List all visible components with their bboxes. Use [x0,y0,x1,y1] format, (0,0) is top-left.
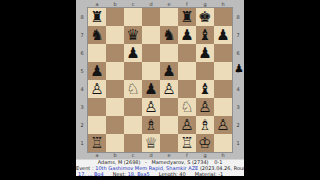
square-c6[interactable]: ♟ [124,44,142,62]
file-label-g: g [196,1,214,8]
square-b2[interactable] [106,116,124,134]
material-label: Material: [195,172,217,177]
rank-label-7: 7 [233,26,243,44]
next-move-segment: Next: 18. Bxa5 [113,172,150,177]
game-info-panel: Adams, M (2698) - Mamedyarov, S (2734) 0… [76,159,244,176]
white-piece-f2: ♙ [180,116,193,134]
square-f6[interactable] [178,44,196,62]
square-c1[interactable] [124,134,142,152]
square-g5[interactable] [196,62,214,80]
black-piece-g6: ♟ [198,44,211,62]
players-line: Adams, M (2698) - Mamedyarov, S (2734) 0… [76,160,244,165]
square-a7[interactable]: ♞ [88,26,106,44]
rank-label-2: 2 [77,116,87,134]
square-c5[interactable] [124,62,142,80]
black-piece-g7: ♝ [198,26,211,44]
square-f8[interactable]: ♜ [178,8,196,26]
square-f1[interactable]: ♖ [178,134,196,152]
square-d3[interactable]: ♙ [142,98,160,116]
black-player-elo: (2734) [192,160,209,165]
white-piece-e4: ♙ [162,80,175,98]
square-b1[interactable] [106,134,124,152]
white-piece-d2: ♗ [144,116,157,134]
moves-line: 17. ... Bg4 Next: 18. Bxa5 Length: 40 Ma… [76,172,244,177]
square-e3[interactable] [160,98,178,116]
rank-label-7: 7 [77,26,87,44]
rank-label-4: 4 [233,80,243,98]
black-piece-c6: ♟ [126,44,139,62]
white-piece-a4: ♙ [90,80,103,98]
white-piece-g1: ♔ [198,134,211,152]
square-e5[interactable]: ♟ [160,62,178,80]
rank-label-2: 2 [233,116,243,134]
material-value: -1 [218,172,223,177]
length-value: 40 [179,172,185,177]
file-labels-bottom: abcdefgh [88,152,232,159]
square-h2[interactable]: ♙ [214,116,232,134]
file-label-e: e [160,1,178,8]
black-piece-d4: ♟ [144,80,157,98]
square-a4[interactable]: ♙ [88,80,106,98]
rank-labels-right: 87654321 [233,8,243,152]
square-f2[interactable]: ♙ [178,116,196,134]
white-piece-g3: ♙ [198,98,211,116]
square-g3[interactable]: ♙ [196,98,214,116]
square-h6[interactable] [214,44,232,62]
players-separator: - [145,160,147,165]
square-h5[interactable] [214,62,232,80]
event-label: Event : [76,166,94,171]
square-g4[interactable]: ♝ [196,80,214,98]
square-g7[interactable]: ♝ [196,26,214,44]
rank-label-8: 8 [233,8,243,26]
square-a1[interactable]: ♖ [88,134,106,152]
black-piece-f8: ♜ [180,8,193,26]
rank-label-6: 6 [233,44,243,62]
length-segment: Length: 40 [159,172,186,177]
material-segment: Material: -1 [195,172,224,177]
file-label-d: d [142,1,160,8]
square-a6[interactable] [88,44,106,62]
square-h8[interactable] [214,8,232,26]
square-h3[interactable] [214,98,232,116]
file-label-f: f [178,152,196,159]
square-e8[interactable] [160,8,178,26]
white-piece-d3: ♙ [144,98,157,116]
square-d5[interactable] [142,62,160,80]
square-h1[interactable] [214,134,232,152]
white-player-elo: (2698) [124,160,141,165]
rank-label-8: 8 [77,8,87,26]
square-c3[interactable] [124,98,142,116]
white-piece-f1: ♖ [180,134,193,152]
file-label-a: a [88,152,106,159]
square-a5[interactable]: ♟ [88,62,106,80]
file-label-g: g [196,152,214,159]
square-h4[interactable] [214,80,232,98]
square-d2[interactable]: ♗ [142,116,160,134]
square-d6[interactable] [142,44,160,62]
black-player-name: Mamedyarov, S [151,160,190,165]
square-d7[interactable] [142,26,160,44]
rank-label-3: 3 [77,98,87,116]
square-h7[interactable]: ♟ [214,26,232,44]
square-e2[interactable] [160,116,178,134]
black-piece-g8: ♚ [198,8,211,26]
next-move: 18. Bxa5 [128,172,150,177]
file-label-b: b [106,152,124,159]
square-c8[interactable] [124,8,142,26]
square-f7[interactable]: ♟ [178,26,196,44]
square-b6[interactable] [106,44,124,62]
square-e6[interactable] [160,44,178,62]
last-move: 17. ... Bg4 [78,172,104,177]
black-piece-e5: ♟ [162,62,175,80]
file-label-h: h [214,152,232,159]
square-g6[interactable]: ♟ [196,44,214,62]
file-label-h: h [214,1,232,8]
white-piece-g2: ♗ [198,116,211,134]
file-label-b: b [106,1,124,8]
rank-label-5: 5 [77,62,87,80]
black-piece-f7: ♟ [180,26,193,44]
file-label-a: a [88,1,106,8]
square-f3[interactable]: ♘ [178,98,196,116]
file-labels-top: abcdefgh [88,1,232,8]
square-c4[interactable]: ♘ [124,80,142,98]
file-label-f: f [178,1,196,8]
event-line: Event : 10th Gashimov Mem Rapid, Shamkir… [76,166,244,171]
square-a8[interactable]: ♜ [88,8,106,26]
white-piece-d1: ♕ [144,134,157,152]
square-c7[interactable]: ♛ [124,26,142,44]
rank-labels-left: 87654321 [77,8,87,152]
rank-label-6: 6 [77,44,87,62]
white-piece-c4: ♘ [126,80,139,98]
square-f5[interactable] [178,62,196,80]
event-link[interactable]: 10th Gashimov Mem Rapid, Shamkir AZE [95,166,198,171]
square-b3[interactable] [106,98,124,116]
material-advantage-pawn-icon: ♟ [234,62,244,76]
black-piece-a5: ♟ [90,62,103,80]
square-b8[interactable] [106,8,124,26]
square-d4[interactable]: ♟ [142,80,160,98]
square-e4[interactable]: ♙ [160,80,178,98]
square-g8[interactable]: ♚ [196,8,214,26]
black-piece-e7: ♞ [162,26,175,44]
black-piece-c7: ♛ [126,26,139,44]
file-label-c: c [124,1,142,8]
square-c2[interactable] [124,116,142,134]
length-label: Length: [159,172,178,177]
square-b5[interactable] [106,62,124,80]
rank-label-4: 4 [77,80,87,98]
square-b7[interactable] [106,26,124,44]
black-piece-h7: ♟ [216,26,229,44]
file-label-e: e [160,152,178,159]
rank-label-1: 1 [233,134,243,152]
rank-label-3: 3 [233,98,243,116]
black-piece-g4: ♝ [198,80,211,98]
square-a2[interactable] [88,116,106,134]
white-player-name: Adams, M [98,160,123,165]
chess-gui-frame: abcdefgh 87654321 ♜♜♚♞♛♞♟♝♟♟♟♟♟♙♘♟♙♝♙♘♙♗… [76,0,244,176]
rank-label-1: 1 [77,134,87,152]
white-piece-a1: ♖ [90,134,103,152]
event-detail: (2023.04.26, Round 3.1) [200,166,244,171]
square-d1[interactable]: ♕ [142,134,160,152]
square-f4[interactable] [178,80,196,98]
black-piece-a7: ♞ [90,26,103,44]
square-b4[interactable] [106,80,124,98]
square-g1[interactable]: ♔ [196,134,214,152]
next-label: Next: [113,172,126,177]
square-g2[interactable]: ♗ [196,116,214,134]
square-e1[interactable] [160,134,178,152]
square-e7[interactable]: ♞ [160,26,178,44]
square-d8[interactable] [142,8,160,26]
chess-board: ♜♜♚♞♛♞♟♝♟♟♟♟♟♙♘♟♙♝♙♘♙♗♙♗♙♖♕♖♔ [88,8,232,152]
game-result: 0-1 [214,160,222,165]
white-piece-f3: ♘ [180,98,193,116]
square-a3[interactable] [88,98,106,116]
file-label-d: d [142,152,160,159]
file-label-c: c [124,152,142,159]
black-piece-a8: ♜ [90,8,103,26]
white-piece-h2: ♙ [216,116,229,134]
